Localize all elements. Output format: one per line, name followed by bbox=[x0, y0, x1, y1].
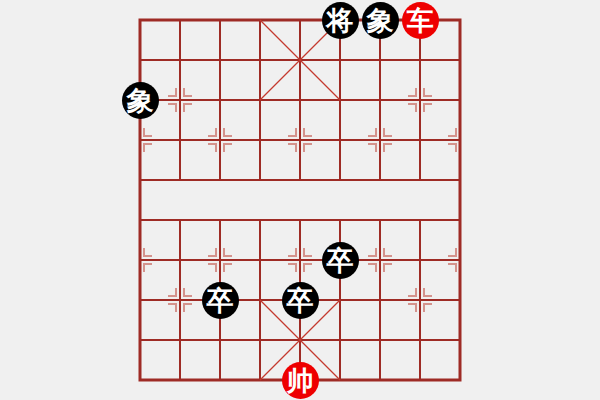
piece-black-elephant[interactable]: 象 bbox=[122, 82, 159, 119]
xiangqi-app-canvas: 将象车象卒卒卒帅 bbox=[0, 0, 600, 400]
piece-red-chariot[interactable]: 车 bbox=[402, 2, 439, 39]
piece-black-general[interactable]: 将 bbox=[322, 2, 359, 39]
piece-black-soldier[interactable]: 卒 bbox=[202, 282, 239, 319]
piece-black-elephant[interactable]: 象 bbox=[362, 2, 399, 39]
piece-black-soldier[interactable]: 卒 bbox=[282, 282, 319, 319]
board-grid: 将象车象卒卒卒帅 bbox=[120, 0, 480, 400]
piece-red-general[interactable]: 帅 bbox=[282, 362, 319, 399]
piece-black-soldier[interactable]: 卒 bbox=[322, 242, 359, 279]
